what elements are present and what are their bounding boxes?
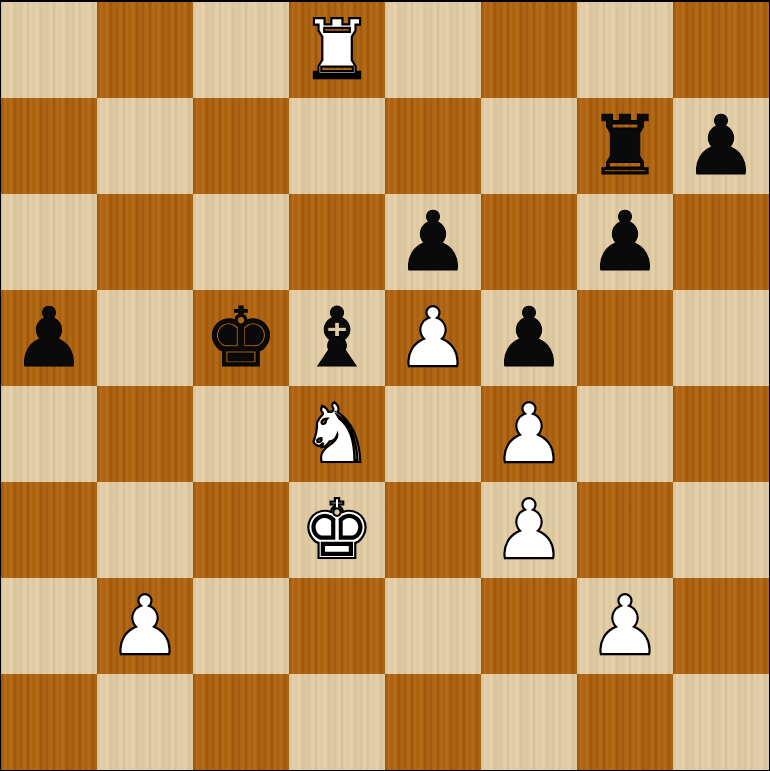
square-c4[interactable] [193,386,289,482]
square-a4[interactable] [1,386,97,482]
chess-board: ♜♜♟♟♟♟♚♝♟♟♞♟♚♟♟♟ [1,2,769,770]
square-h8[interactable] [673,2,769,98]
square-f4[interactable]: ♟ [481,386,577,482]
square-f3[interactable]: ♟ [481,482,577,578]
black-bishop-icon[interactable]: ♝ [300,290,374,386]
square-a8[interactable] [1,2,97,98]
square-f2[interactable] [481,578,577,674]
square-b1[interactable] [97,674,193,770]
square-f8[interactable] [481,2,577,98]
square-a1[interactable] [1,674,97,770]
white-pawn-icon[interactable]: ♟ [492,482,566,578]
square-c5[interactable]: ♚ [193,290,289,386]
square-g7[interactable]: ♜ [577,98,673,194]
black-pawn-icon[interactable]: ♟ [588,194,662,290]
square-e6[interactable]: ♟ [385,194,481,290]
square-b6[interactable] [97,194,193,290]
white-pawn-icon[interactable]: ♟ [396,290,470,386]
board-frame: ♜♜♟♟♟♟♚♝♟♟♞♟♚♟♟♟ [0,0,770,771]
square-a2[interactable] [1,578,97,674]
white-pawn-icon[interactable]: ♟ [588,578,662,674]
white-pawn-icon[interactable]: ♟ [108,578,182,674]
black-pawn-icon[interactable]: ♟ [12,290,86,386]
square-e2[interactable] [385,578,481,674]
square-h3[interactable] [673,482,769,578]
square-g3[interactable] [577,482,673,578]
square-d3[interactable]: ♚ [289,482,385,578]
square-h7[interactable]: ♟ [673,98,769,194]
square-c8[interactable] [193,2,289,98]
square-b8[interactable] [97,2,193,98]
square-e8[interactable] [385,2,481,98]
square-e4[interactable] [385,386,481,482]
square-c7[interactable] [193,98,289,194]
square-d2[interactable] [289,578,385,674]
square-g6[interactable]: ♟ [577,194,673,290]
square-d1[interactable] [289,674,385,770]
white-rook-icon[interactable]: ♜ [300,2,374,98]
white-king-icon[interactable]: ♚ [300,482,374,578]
square-g8[interactable] [577,2,673,98]
square-f1[interactable] [481,674,577,770]
square-d5[interactable]: ♝ [289,290,385,386]
square-g5[interactable] [577,290,673,386]
square-g1[interactable] [577,674,673,770]
black-pawn-icon[interactable]: ♟ [492,290,566,386]
square-h1[interactable] [673,674,769,770]
square-h6[interactable] [673,194,769,290]
square-b2[interactable]: ♟ [97,578,193,674]
square-e1[interactable] [385,674,481,770]
square-a5[interactable]: ♟ [1,290,97,386]
square-a7[interactable] [1,98,97,194]
square-b3[interactable] [97,482,193,578]
square-g4[interactable] [577,386,673,482]
square-c2[interactable] [193,578,289,674]
square-f7[interactable] [481,98,577,194]
square-d6[interactable] [289,194,385,290]
square-b4[interactable] [97,386,193,482]
square-h5[interactable] [673,290,769,386]
square-h2[interactable] [673,578,769,674]
square-e5[interactable]: ♟ [385,290,481,386]
white-knight-icon[interactable]: ♞ [300,386,374,482]
square-a3[interactable] [1,482,97,578]
square-g2[interactable]: ♟ [577,578,673,674]
square-f5[interactable]: ♟ [481,290,577,386]
black-pawn-icon[interactable]: ♟ [684,98,758,194]
square-c3[interactable] [193,482,289,578]
square-d8[interactable]: ♜ [289,2,385,98]
square-e3[interactable] [385,482,481,578]
square-d7[interactable] [289,98,385,194]
square-h4[interactable] [673,386,769,482]
black-king-icon[interactable]: ♚ [204,290,278,386]
square-b5[interactable] [97,290,193,386]
black-pawn-icon[interactable]: ♟ [396,194,470,290]
square-f6[interactable] [481,194,577,290]
square-e7[interactable] [385,98,481,194]
square-c1[interactable] [193,674,289,770]
white-pawn-icon[interactable]: ♟ [492,386,566,482]
square-b7[interactable] [97,98,193,194]
square-d4[interactable]: ♞ [289,386,385,482]
square-a6[interactable] [1,194,97,290]
square-c6[interactable] [193,194,289,290]
black-rook-icon[interactable]: ♜ [588,98,662,194]
